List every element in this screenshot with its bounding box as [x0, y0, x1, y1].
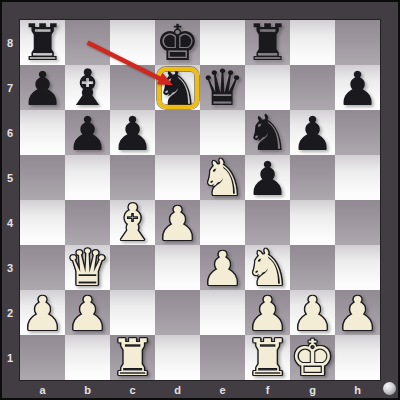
square-g7[interactable]: [290, 65, 335, 110]
square-f6[interactable]: ♞: [245, 110, 290, 155]
black-pawn-a7[interactable]: ♟: [21, 66, 63, 111]
white-pawn-b2[interactable]: ♟: [66, 291, 108, 336]
black-knight-f6[interactable]: ♞: [245, 111, 290, 156]
rank-labels: 87654321: [0, 20, 20, 380]
square-g6[interactable]: ♟: [290, 110, 335, 155]
square-b5[interactable]: [65, 155, 110, 200]
square-c1[interactable]: ♜: [110, 335, 155, 380]
square-c7[interactable]: [110, 65, 155, 110]
square-a4[interactable]: [20, 200, 65, 245]
square-b1[interactable]: [65, 335, 110, 380]
board-frame: 87654321 abcdefgh ♜♚♜♟♝♞♛♟♟♟♞♟♞♟♝♟♛♟♞♟♟♟…: [0, 0, 400, 400]
square-c8[interactable]: [110, 20, 155, 65]
square-e1[interactable]: [200, 335, 245, 380]
white-knight-e5[interactable]: ♞: [200, 156, 245, 201]
square-g5[interactable]: [290, 155, 335, 200]
square-h6[interactable]: [335, 110, 380, 155]
square-e5[interactable]: ♞: [200, 155, 245, 200]
square-f3[interactable]: ♞: [245, 245, 290, 290]
square-h7[interactable]: ♟: [335, 65, 380, 110]
square-e2[interactable]: [200, 290, 245, 335]
square-f5[interactable]: ♟: [245, 155, 290, 200]
square-a1[interactable]: [20, 335, 65, 380]
rank-label-1: 1: [0, 335, 20, 380]
square-h8[interactable]: [335, 20, 380, 65]
square-c4[interactable]: ♝: [110, 200, 155, 245]
rank-label-7: 7: [0, 65, 20, 110]
file-label-d: d: [155, 380, 200, 400]
square-h3[interactable]: [335, 245, 380, 290]
chess-board: ♜♚♜♟♝♞♛♟♟♟♞♟♞♟♝♟♛♟♞♟♟♟♟♟♜♜♚: [20, 20, 380, 380]
square-c6[interactable]: ♟: [110, 110, 155, 155]
square-h4[interactable]: [335, 200, 380, 245]
black-queen-e7[interactable]: ♛: [200, 66, 245, 111]
square-a2[interactable]: ♟: [20, 290, 65, 335]
square-a6[interactable]: [20, 110, 65, 155]
white-pawn-h2[interactable]: ♟: [336, 291, 378, 336]
white-rook-c1[interactable]: ♜: [110, 336, 155, 381]
black-pawn-h7[interactable]: ♟: [336, 66, 378, 111]
square-a5[interactable]: [20, 155, 65, 200]
file-label-a: a: [20, 380, 65, 400]
white-pawn-a2[interactable]: ♟: [21, 291, 63, 336]
black-pawn-c6[interactable]: ♟: [111, 111, 153, 156]
rank-label-3: 3: [0, 245, 20, 290]
square-b2[interactable]: ♟: [65, 290, 110, 335]
black-bishop-b7[interactable]: ♝: [65, 66, 110, 111]
white-pawn-e3[interactable]: ♟: [201, 246, 243, 291]
rank-label-6: 6: [0, 110, 20, 155]
square-g1[interactable]: ♚: [290, 335, 335, 380]
square-b6[interactable]: ♟: [65, 110, 110, 155]
square-a8[interactable]: ♜: [20, 20, 65, 65]
black-pawn-b6[interactable]: ♟: [66, 111, 108, 156]
white-knight-f3[interactable]: ♞: [245, 246, 290, 291]
corner-logo-dot: [383, 382, 396, 395]
square-a7[interactable]: ♟: [20, 65, 65, 110]
square-h1[interactable]: [335, 335, 380, 380]
square-d7[interactable]: ♞: [155, 65, 200, 110]
rank-label-8: 8: [0, 20, 20, 65]
square-h2[interactable]: ♟: [335, 290, 380, 335]
white-queen-b3[interactable]: ♛: [65, 246, 110, 291]
rank-label-4: 4: [0, 200, 20, 245]
black-knight-d7[interactable]: ♞: [155, 66, 200, 111]
square-e7[interactable]: ♛: [200, 65, 245, 110]
square-d3[interactable]: [155, 245, 200, 290]
rank-label-5: 5: [0, 155, 20, 200]
square-g3[interactable]: [290, 245, 335, 290]
rank-label-2: 2: [0, 290, 20, 335]
black-rook-a8[interactable]: ♜: [20, 21, 65, 66]
black-rook-f8[interactable]: ♜: [245, 21, 290, 66]
white-king-g1[interactable]: ♚: [290, 336, 335, 381]
square-f8[interactable]: ♜: [245, 20, 290, 65]
square-d4[interactable]: ♟: [155, 200, 200, 245]
square-b3[interactable]: ♛: [65, 245, 110, 290]
black-pawn-g6[interactable]: ♟: [291, 111, 333, 156]
white-bishop-c4[interactable]: ♝: [110, 201, 155, 246]
square-g8[interactable]: [290, 20, 335, 65]
square-d5[interactable]: [155, 155, 200, 200]
square-e3[interactable]: ♟: [200, 245, 245, 290]
white-rook-f1[interactable]: ♜: [245, 336, 290, 381]
square-f1[interactable]: ♜: [245, 335, 290, 380]
file-label-h: h: [335, 380, 380, 400]
black-pawn-f5[interactable]: ♟: [246, 156, 288, 201]
square-h5[interactable]: [335, 155, 380, 200]
file-label-b: b: [65, 380, 110, 400]
white-pawn-d4[interactable]: ♟: [156, 201, 198, 246]
square-g4[interactable]: [290, 200, 335, 245]
file-label-e: e: [200, 380, 245, 400]
square-d2[interactable]: [155, 290, 200, 335]
square-b7[interactable]: ♝: [65, 65, 110, 110]
square-a3[interactable]: [20, 245, 65, 290]
square-d1[interactable]: [155, 335, 200, 380]
